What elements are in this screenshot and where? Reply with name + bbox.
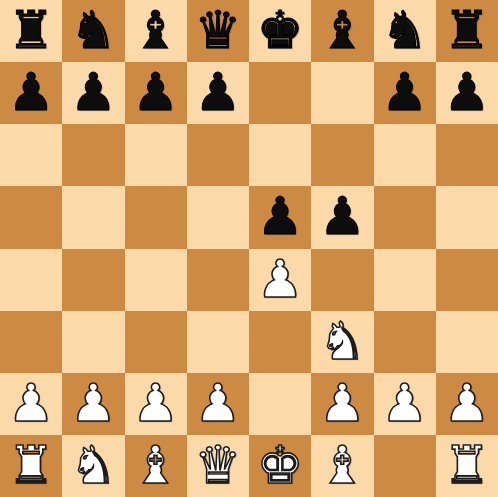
square-g1[interactable]: [374, 435, 436, 497]
square-b6[interactable]: [62, 124, 124, 186]
piece-white-rook[interactable]: ♜: [8, 439, 55, 491]
square-b5[interactable]: [62, 186, 124, 248]
square-c7[interactable]: ♟: [125, 62, 187, 124]
piece-black-knight[interactable]: ♞: [381, 4, 428, 56]
piece-black-king[interactable]: ♚: [257, 4, 304, 56]
square-e7[interactable]: [249, 62, 311, 124]
square-f1[interactable]: ♝: [311, 435, 373, 497]
square-h3[interactable]: [436, 311, 498, 373]
square-d4[interactable]: [187, 249, 249, 311]
square-e3[interactable]: [249, 311, 311, 373]
square-b4[interactable]: [62, 249, 124, 311]
chess-board: ♜♞♝♛♚♝♞♜♟♟♟♟♟♟♟♟♟♞♟♟♟♟♟♟♟♜♞♝♛♚♝♜: [0, 0, 498, 497]
piece-black-rook[interactable]: ♜: [8, 4, 55, 56]
square-h2[interactable]: ♟: [436, 373, 498, 435]
square-h1[interactable]: ♜: [436, 435, 498, 497]
piece-black-queen[interactable]: ♛: [195, 4, 242, 56]
square-d2[interactable]: ♟: [187, 373, 249, 435]
piece-black-bishop[interactable]: ♝: [319, 4, 366, 56]
square-b2[interactable]: ♟: [62, 373, 124, 435]
square-h8[interactable]: ♜: [436, 0, 498, 62]
square-d3[interactable]: [187, 311, 249, 373]
square-g8[interactable]: ♞: [374, 0, 436, 62]
square-a7[interactable]: ♟: [0, 62, 62, 124]
square-f2[interactable]: ♟: [311, 373, 373, 435]
piece-black-knight[interactable]: ♞: [70, 4, 117, 56]
square-d5[interactable]: [187, 186, 249, 248]
piece-white-pawn[interactable]: ♟: [195, 377, 242, 429]
square-f3[interactable]: ♞: [311, 311, 373, 373]
square-c5[interactable]: [125, 186, 187, 248]
square-a5[interactable]: [0, 186, 62, 248]
square-c8[interactable]: ♝: [125, 0, 187, 62]
square-g2[interactable]: ♟: [374, 373, 436, 435]
piece-black-pawn[interactable]: ♟: [8, 66, 55, 118]
piece-black-pawn[interactable]: ♟: [195, 66, 242, 118]
square-e2[interactable]: [249, 373, 311, 435]
piece-white-pawn[interactable]: ♟: [319, 377, 366, 429]
square-h7[interactable]: ♟: [436, 62, 498, 124]
square-a3[interactable]: [0, 311, 62, 373]
piece-white-pawn[interactable]: ♟: [257, 253, 304, 305]
piece-black-pawn[interactable]: ♟: [381, 66, 428, 118]
square-f7[interactable]: [311, 62, 373, 124]
square-d8[interactable]: ♛: [187, 0, 249, 62]
piece-white-queen[interactable]: ♛: [195, 439, 242, 491]
piece-white-bishop[interactable]: ♝: [319, 439, 366, 491]
piece-white-knight[interactable]: ♞: [70, 439, 117, 491]
square-d6[interactable]: [187, 124, 249, 186]
piece-white-rook[interactable]: ♜: [444, 439, 491, 491]
square-g6[interactable]: [374, 124, 436, 186]
square-e8[interactable]: ♚: [249, 0, 311, 62]
square-a1[interactable]: ♜: [0, 435, 62, 497]
piece-black-bishop[interactable]: ♝: [132, 4, 179, 56]
piece-black-rook[interactable]: ♜: [444, 4, 491, 56]
square-a4[interactable]: [0, 249, 62, 311]
piece-white-pawn[interactable]: ♟: [132, 377, 179, 429]
square-e5[interactable]: ♟: [249, 186, 311, 248]
square-b1[interactable]: ♞: [62, 435, 124, 497]
square-c4[interactable]: [125, 249, 187, 311]
piece-white-pawn[interactable]: ♟: [381, 377, 428, 429]
piece-white-pawn[interactable]: ♟: [70, 377, 117, 429]
square-d7[interactable]: ♟: [187, 62, 249, 124]
square-g3[interactable]: [374, 311, 436, 373]
piece-black-pawn[interactable]: ♟: [70, 66, 117, 118]
piece-white-pawn[interactable]: ♟: [8, 377, 55, 429]
piece-white-bishop[interactable]: ♝: [132, 439, 179, 491]
square-f4[interactable]: [311, 249, 373, 311]
square-c1[interactable]: ♝: [125, 435, 187, 497]
piece-black-pawn[interactable]: ♟: [319, 190, 366, 242]
square-f8[interactable]: ♝: [311, 0, 373, 62]
square-f6[interactable]: [311, 124, 373, 186]
square-b8[interactable]: ♞: [62, 0, 124, 62]
square-h6[interactable]: [436, 124, 498, 186]
square-b7[interactable]: ♟: [62, 62, 124, 124]
piece-white-knight[interactable]: ♞: [319, 315, 366, 367]
square-h4[interactable]: [436, 249, 498, 311]
square-f5[interactable]: ♟: [311, 186, 373, 248]
square-g5[interactable]: [374, 186, 436, 248]
piece-white-king[interactable]: ♚: [257, 439, 304, 491]
piece-black-pawn[interactable]: ♟: [132, 66, 179, 118]
piece-black-pawn[interactable]: ♟: [257, 190, 304, 242]
square-c2[interactable]: ♟: [125, 373, 187, 435]
square-c6[interactable]: [125, 124, 187, 186]
square-b3[interactable]: [62, 311, 124, 373]
square-e1[interactable]: ♚: [249, 435, 311, 497]
square-g4[interactable]: [374, 249, 436, 311]
square-a6[interactable]: [0, 124, 62, 186]
piece-black-pawn[interactable]: ♟: [444, 66, 491, 118]
square-a8[interactable]: ♜: [0, 0, 62, 62]
square-e4[interactable]: ♟: [249, 249, 311, 311]
square-c3[interactable]: [125, 311, 187, 373]
square-d1[interactable]: ♛: [187, 435, 249, 497]
square-g7[interactable]: ♟: [374, 62, 436, 124]
square-a2[interactable]: ♟: [0, 373, 62, 435]
square-h5[interactable]: [436, 186, 498, 248]
square-e6[interactable]: [249, 124, 311, 186]
piece-white-pawn[interactable]: ♟: [444, 377, 491, 429]
